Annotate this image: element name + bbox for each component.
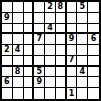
sudoku-cell[interactable] — [77, 24, 88, 35]
sudoku-cell[interactable]: 4 — [45, 24, 56, 35]
sudoku-cell[interactable] — [13, 77, 24, 88]
sudoku-cell[interactable] — [34, 24, 45, 35]
sudoku-cell[interactable] — [88, 2, 99, 13]
sudoku-cell[interactable] — [88, 45, 99, 56]
sudoku-cell[interactable] — [13, 24, 24, 35]
sudoku-cell[interactable] — [77, 88, 88, 99]
sudoku-cell[interactable] — [24, 88, 35, 99]
sudoku-cell[interactable] — [13, 2, 24, 13]
sudoku-cell[interactable] — [67, 24, 78, 35]
sudoku-cell[interactable]: 2 — [45, 2, 56, 13]
sudoku-cell[interactable] — [88, 56, 99, 67]
sudoku-cell[interactable]: 4 — [13, 45, 24, 56]
sudoku-cell[interactable] — [88, 88, 99, 99]
sudoku-cell[interactable] — [13, 34, 24, 45]
sudoku-cell[interactable] — [77, 34, 88, 45]
sudoku-cell[interactable] — [2, 2, 13, 13]
sudoku-cell[interactable] — [24, 34, 35, 45]
sudoku-cell[interactable] — [67, 67, 78, 78]
sudoku-cell[interactable] — [24, 24, 35, 35]
sudoku-cell[interactable] — [24, 67, 35, 78]
sudoku-cell[interactable] — [56, 88, 67, 99]
sudoku-cell[interactable] — [56, 24, 67, 35]
sudoku-cell[interactable] — [24, 77, 35, 88]
sudoku-cell[interactable]: 8 — [56, 2, 67, 13]
sudoku-cell[interactable] — [56, 56, 67, 67]
sudoku-cell[interactable] — [24, 13, 35, 24]
sudoku-cell[interactable] — [56, 77, 67, 88]
sudoku-cell[interactable] — [56, 45, 67, 56]
sudoku-cell[interactable] — [34, 2, 45, 13]
sudoku-cell[interactable] — [77, 13, 88, 24]
sudoku-cell[interactable] — [24, 2, 35, 13]
sudoku-cell[interactable] — [56, 13, 67, 24]
sudoku-cell[interactable] — [67, 45, 78, 56]
sudoku-cell[interactable] — [45, 34, 56, 45]
sudoku-board: 28594796247854691 — [0, 0, 101, 101]
sudoku-cell[interactable]: 1 — [67, 88, 78, 99]
sudoku-cell[interactable] — [67, 13, 78, 24]
sudoku-cell[interactable] — [45, 56, 56, 67]
sudoku-cell[interactable] — [88, 67, 99, 78]
sudoku-cell[interactable] — [2, 56, 13, 67]
sudoku-cell[interactable] — [88, 13, 99, 24]
sudoku-cell[interactable] — [13, 13, 24, 24]
sudoku-cell[interactable] — [34, 88, 45, 99]
sudoku-cell[interactable] — [77, 77, 88, 88]
sudoku-cell[interactable]: 5 — [34, 67, 45, 78]
sudoku-cell[interactable]: 6 — [2, 77, 13, 88]
sudoku-cell[interactable] — [24, 45, 35, 56]
sudoku-cell[interactable]: 6 — [88, 34, 99, 45]
sudoku-cell[interactable] — [88, 77, 99, 88]
sudoku-cell[interactable] — [45, 13, 56, 24]
sudoku-cell[interactable]: 7 — [67, 56, 78, 67]
sudoku-cell[interactable] — [56, 67, 67, 78]
sudoku-cell[interactable] — [45, 67, 56, 78]
sudoku-cell[interactable] — [2, 67, 13, 78]
sudoku-cell[interactable] — [2, 34, 13, 45]
sudoku-cell[interactable] — [67, 2, 78, 13]
sudoku-cell[interactable] — [34, 56, 45, 67]
sudoku-cell[interactable] — [67, 77, 78, 88]
sudoku-cell[interactable]: 7 — [34, 34, 45, 45]
sudoku-cell[interactable] — [56, 34, 67, 45]
sudoku-cell[interactable] — [34, 45, 45, 56]
sudoku-cell[interactable] — [45, 77, 56, 88]
sudoku-cell[interactable] — [2, 88, 13, 99]
sudoku-cell[interactable]: 9 — [34, 77, 45, 88]
sudoku-cell[interactable] — [2, 24, 13, 35]
sudoku-cell[interactable]: 5 — [77, 2, 88, 13]
sudoku-cell[interactable]: 8 — [13, 67, 24, 78]
sudoku-cell[interactable] — [34, 13, 45, 24]
sudoku-cell[interactable]: 2 — [2, 45, 13, 56]
sudoku-cell[interactable] — [13, 88, 24, 99]
sudoku-cell[interactable] — [77, 45, 88, 56]
sudoku-cell[interactable] — [13, 56, 24, 67]
sudoku-cell[interactable]: 4 — [77, 67, 88, 78]
sudoku-cell[interactable] — [45, 45, 56, 56]
sudoku-cell[interactable]: 9 — [2, 13, 13, 24]
sudoku-cell[interactable] — [77, 56, 88, 67]
sudoku-cell[interactable] — [88, 24, 99, 35]
sudoku-cell[interactable]: 9 — [67, 34, 78, 45]
sudoku-cell[interactable] — [45, 88, 56, 99]
sudoku-cell[interactable] — [24, 56, 35, 67]
